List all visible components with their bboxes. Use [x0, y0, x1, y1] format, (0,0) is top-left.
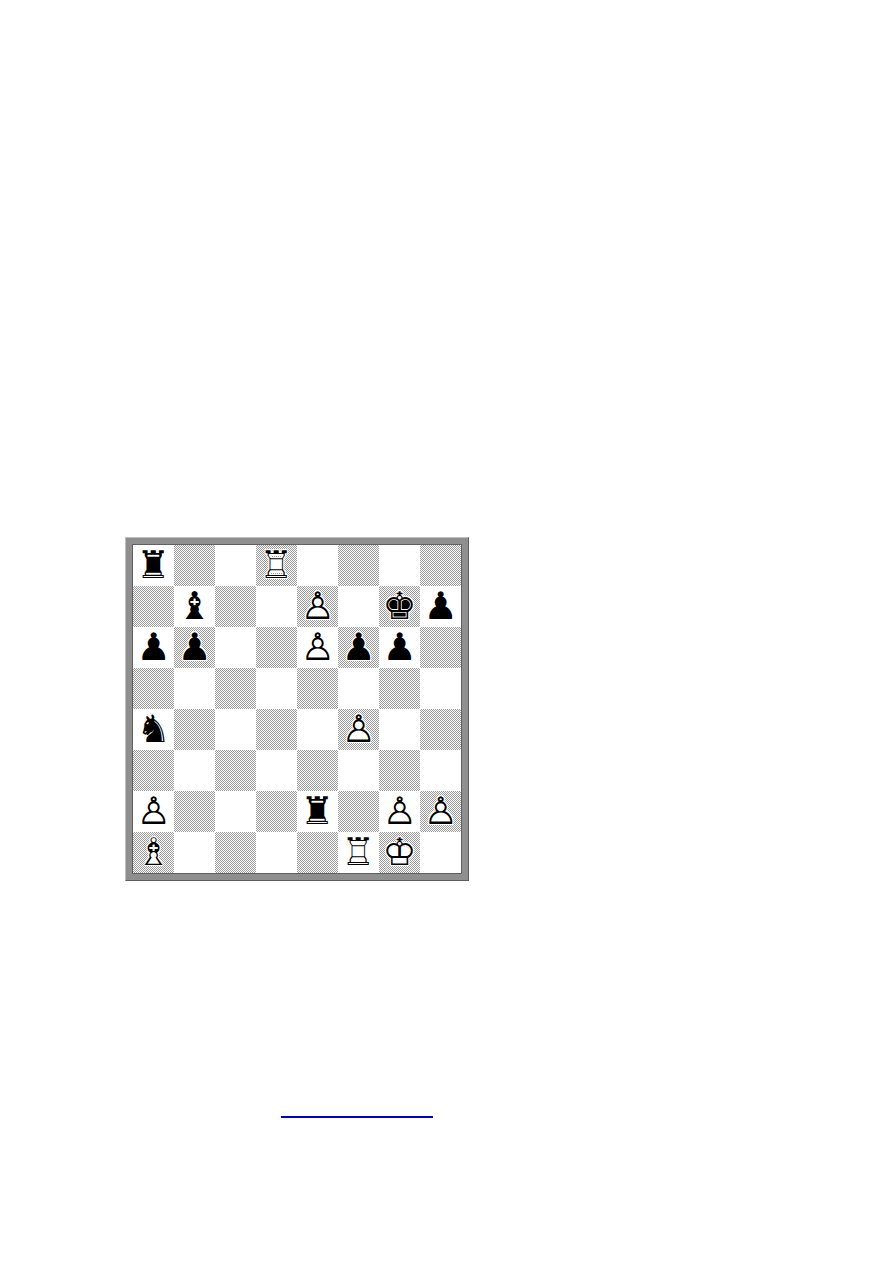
square-e3: [297, 750, 338, 791]
square-g5: [379, 668, 420, 709]
square-e4: [297, 709, 338, 750]
document-page: ♜♜♖♝♟♙♚♟♟♟♟♙♟♟♞♟♙♟♙♜♟♙♟♙♝♗♜♖♚♔: [0, 0, 893, 1263]
square-a7: [133, 586, 174, 627]
black-rook: ♜: [133, 545, 174, 586]
black-bishop: ♝: [174, 586, 215, 627]
black-king: ♚: [379, 586, 420, 627]
square-b8: [174, 545, 215, 586]
square-d2: [256, 791, 297, 832]
black-pawn: ♟: [379, 627, 420, 668]
square-c7: [215, 586, 256, 627]
square-a1: ♝♗: [133, 832, 174, 873]
square-f6: ♟: [338, 627, 379, 668]
white-pawn: ♟♙: [133, 791, 174, 832]
square-a4: ♞: [133, 709, 174, 750]
square-c8: [215, 545, 256, 586]
white-rook: ♜♖: [256, 545, 297, 586]
square-b3: [174, 750, 215, 791]
square-g3: [379, 750, 420, 791]
square-e6: ♟♙: [297, 627, 338, 668]
square-d4: [256, 709, 297, 750]
square-a3: [133, 750, 174, 791]
square-f2: [338, 791, 379, 832]
black-pawn: ♟: [420, 586, 461, 627]
square-b2: [174, 791, 215, 832]
square-b1: [174, 832, 215, 873]
square-g2: ♟♙: [379, 791, 420, 832]
square-e7: ♟♙: [297, 586, 338, 627]
square-c6: [215, 627, 256, 668]
square-e5: [297, 668, 338, 709]
square-h2: ♟♙: [420, 791, 461, 832]
square-d1: [256, 832, 297, 873]
square-d6: [256, 627, 297, 668]
black-rook: ♜: [297, 791, 338, 832]
square-b6: ♟: [174, 627, 215, 668]
square-g7: ♚: [379, 586, 420, 627]
square-c4: [215, 709, 256, 750]
square-f1: ♜♖: [338, 832, 379, 873]
square-h4: [420, 709, 461, 750]
square-a6: ♟: [133, 627, 174, 668]
white-king: ♚♔: [379, 832, 420, 873]
square-g8: [379, 545, 420, 586]
square-h8: [420, 545, 461, 586]
chess-board: ♜♜♖♝♟♙♚♟♟♟♟♙♟♟♞♟♙♟♙♜♟♙♟♙♝♗♜♖♚♔: [132, 544, 462, 874]
black-pawn: ♟: [133, 627, 174, 668]
chess-board-frame: ♜♜♖♝♟♙♚♟♟♟♟♙♟♟♞♟♙♟♙♜♟♙♟♙♝♗♜♖♚♔: [125, 537, 469, 881]
square-h1: [420, 832, 461, 873]
square-f3: [338, 750, 379, 791]
square-f4: ♟♙: [338, 709, 379, 750]
square-h6: [420, 627, 461, 668]
square-f8: [338, 545, 379, 586]
square-h5: [420, 668, 461, 709]
square-g1: ♚♔: [379, 832, 420, 873]
square-g6: ♟: [379, 627, 420, 668]
square-g4: [379, 709, 420, 750]
square-d3: [256, 750, 297, 791]
white-pawn: ♟♙: [338, 709, 379, 750]
black-knight: ♞: [133, 709, 174, 750]
square-b5: [174, 668, 215, 709]
square-d7: [256, 586, 297, 627]
square-a8: ♜: [133, 545, 174, 586]
white-pawn: ♟♙: [297, 586, 338, 627]
square-h3: [420, 750, 461, 791]
white-pawn: ♟♙: [420, 791, 461, 832]
square-f7: [338, 586, 379, 627]
black-pawn: ♟: [174, 627, 215, 668]
white-pawn: ♟♙: [379, 791, 420, 832]
white-pawn: ♟♙: [297, 627, 338, 668]
square-e2: ♜: [297, 791, 338, 832]
square-d8: ♜♖: [256, 545, 297, 586]
black-pawn: ♟: [338, 627, 379, 668]
square-b7: ♝: [174, 586, 215, 627]
white-rook: ♜♖: [338, 832, 379, 873]
square-e1: [297, 832, 338, 873]
square-e8: [297, 545, 338, 586]
square-h7: ♟: [420, 586, 461, 627]
square-c5: [215, 668, 256, 709]
square-c1: [215, 832, 256, 873]
square-c3: [215, 750, 256, 791]
square-f5: [338, 668, 379, 709]
square-c2: [215, 791, 256, 832]
square-a5: [133, 668, 174, 709]
square-a2: ♟♙: [133, 791, 174, 832]
square-b4: [174, 709, 215, 750]
square-d5: [256, 668, 297, 709]
hyperlink-underline[interactable]: [281, 1116, 433, 1118]
white-bishop: ♝♗: [133, 832, 174, 873]
